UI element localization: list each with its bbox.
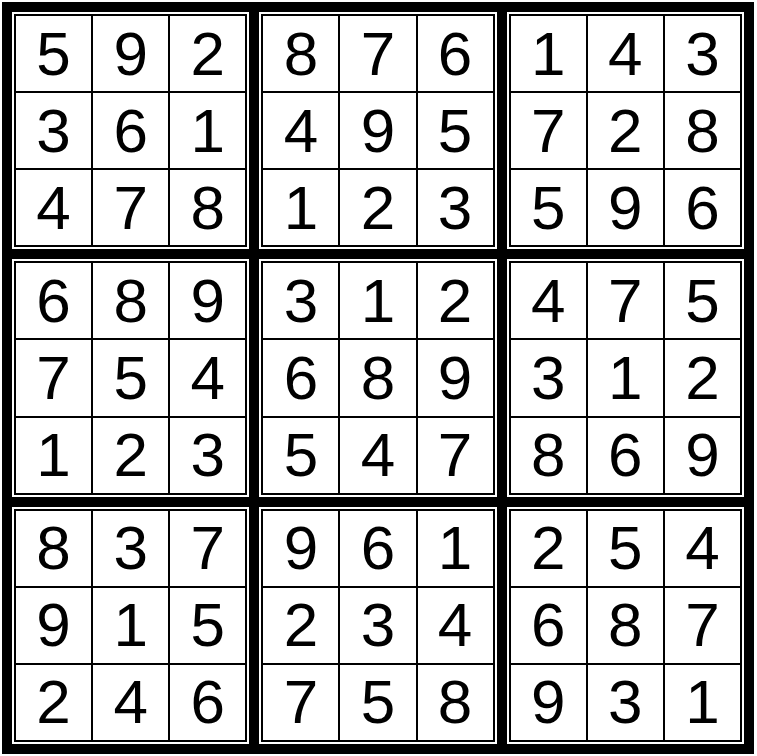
cell-r2c7[interactable]: 7 bbox=[511, 93, 586, 168]
cell-r4c7[interactable]: 4 bbox=[511, 263, 586, 338]
cell-r3c1[interactable]: 4 bbox=[16, 170, 91, 245]
cell-r4c9[interactable]: 5 bbox=[665, 263, 740, 338]
cell-r3c8[interactable]: 9 bbox=[588, 170, 663, 245]
cell-r8c6[interactable]: 4 bbox=[418, 588, 493, 663]
sudoku-box-inner-4: 689754123 bbox=[14, 261, 247, 494]
cell-r5c6[interactable]: 9 bbox=[418, 340, 493, 415]
sudoku-box-9: 254687931 bbox=[507, 507, 744, 744]
cell-r2c5[interactable]: 9 bbox=[340, 93, 415, 168]
cell-r8c7[interactable]: 6 bbox=[511, 588, 586, 663]
cell-r4c6[interactable]: 2 bbox=[418, 263, 493, 338]
cell-r2c1[interactable]: 3 bbox=[16, 93, 91, 168]
cell-r1c5[interactable]: 7 bbox=[340, 16, 415, 91]
cell-r3c2[interactable]: 7 bbox=[93, 170, 168, 245]
cell-r7c2[interactable]: 3 bbox=[93, 511, 168, 586]
cell-r9c3[interactable]: 6 bbox=[170, 665, 245, 740]
sudoku-box-inner-7: 837915246 bbox=[14, 509, 247, 742]
sudoku-box-inner-1: 592361478 bbox=[14, 14, 247, 247]
sudoku-box-4: 689754123 bbox=[12, 259, 249, 496]
cell-r8c3[interactable]: 5 bbox=[170, 588, 245, 663]
cell-r4c4[interactable]: 3 bbox=[263, 263, 338, 338]
cell-r8c5[interactable]: 3 bbox=[340, 588, 415, 663]
cell-r9c4[interactable]: 7 bbox=[263, 665, 338, 740]
cell-r8c4[interactable]: 2 bbox=[263, 588, 338, 663]
cell-r9c6[interactable]: 8 bbox=[418, 665, 493, 740]
cell-r4c1[interactable]: 6 bbox=[16, 263, 91, 338]
cell-r5c2[interactable]: 5 bbox=[93, 340, 168, 415]
cell-r3c9[interactable]: 6 bbox=[665, 170, 740, 245]
cell-r1c1[interactable]: 5 bbox=[16, 16, 91, 91]
cell-r3c5[interactable]: 2 bbox=[340, 170, 415, 245]
cell-r5c5[interactable]: 8 bbox=[340, 340, 415, 415]
cell-r9c8[interactable]: 3 bbox=[588, 665, 663, 740]
cell-r7c7[interactable]: 2 bbox=[511, 511, 586, 586]
sudoku-box-7: 837915246 bbox=[12, 507, 249, 744]
cell-r7c5[interactable]: 6 bbox=[340, 511, 415, 586]
sudoku-box-inner-8: 961234758 bbox=[261, 509, 494, 742]
sudoku-screenshot: 5923614788764951231437285966897541233126… bbox=[0, 0, 757, 756]
cell-r5c3[interactable]: 4 bbox=[170, 340, 245, 415]
cell-r7c1[interactable]: 8 bbox=[16, 511, 91, 586]
cell-r6c1[interactable]: 1 bbox=[16, 418, 91, 493]
cell-r6c4[interactable]: 5 bbox=[263, 418, 338, 493]
cell-r1c6[interactable]: 6 bbox=[418, 16, 493, 91]
cell-r3c6[interactable]: 3 bbox=[418, 170, 493, 245]
cell-r8c8[interactable]: 8 bbox=[588, 588, 663, 663]
sudoku-box-6: 475312869 bbox=[507, 259, 744, 496]
cell-r7c3[interactable]: 7 bbox=[170, 511, 245, 586]
sudoku-box-inner-5: 312689547 bbox=[261, 261, 494, 494]
cell-r3c7[interactable]: 5 bbox=[511, 170, 586, 245]
cell-r2c2[interactable]: 6 bbox=[93, 93, 168, 168]
sudoku-box-inner-3: 143728596 bbox=[509, 14, 742, 247]
cell-r5c4[interactable]: 6 bbox=[263, 340, 338, 415]
sudoku-box-inner-2: 876495123 bbox=[261, 14, 494, 247]
cell-r1c2[interactable]: 9 bbox=[93, 16, 168, 91]
cell-r6c8[interactable]: 6 bbox=[588, 418, 663, 493]
cell-r6c3[interactable]: 3 bbox=[170, 418, 245, 493]
cell-r1c7[interactable]: 1 bbox=[511, 16, 586, 91]
sudoku-box-8: 961234758 bbox=[259, 507, 496, 744]
cell-r5c9[interactable]: 2 bbox=[665, 340, 740, 415]
cell-r2c8[interactable]: 2 bbox=[588, 93, 663, 168]
sudoku-box-inner-6: 475312869 bbox=[509, 261, 742, 494]
cell-r9c7[interactable]: 9 bbox=[511, 665, 586, 740]
cell-r1c4[interactable]: 8 bbox=[263, 16, 338, 91]
sudoku-box-2: 876495123 bbox=[259, 12, 496, 249]
cell-r6c6[interactable]: 7 bbox=[418, 418, 493, 493]
cell-r6c7[interactable]: 8 bbox=[511, 418, 586, 493]
cell-r9c5[interactable]: 5 bbox=[340, 665, 415, 740]
cell-r7c4[interactable]: 9 bbox=[263, 511, 338, 586]
cell-r5c1[interactable]: 7 bbox=[16, 340, 91, 415]
cell-r4c5[interactable]: 1 bbox=[340, 263, 415, 338]
cell-r9c1[interactable]: 2 bbox=[16, 665, 91, 740]
cell-r4c3[interactable]: 9 bbox=[170, 263, 245, 338]
sudoku-board: 5923614788764951231437285966897541233126… bbox=[2, 2, 754, 754]
cell-r9c2[interactable]: 4 bbox=[93, 665, 168, 740]
cell-r1c9[interactable]: 3 bbox=[665, 16, 740, 91]
cell-r8c9[interactable]: 7 bbox=[665, 588, 740, 663]
cell-r3c3[interactable]: 8 bbox=[170, 170, 245, 245]
cell-r1c8[interactable]: 4 bbox=[588, 16, 663, 91]
cell-r9c9[interactable]: 1 bbox=[665, 665, 740, 740]
cell-r5c8[interactable]: 1 bbox=[588, 340, 663, 415]
cell-r4c8[interactable]: 7 bbox=[588, 263, 663, 338]
cell-r4c2[interactable]: 8 bbox=[93, 263, 168, 338]
cell-r2c9[interactable]: 8 bbox=[665, 93, 740, 168]
cell-r7c8[interactable]: 5 bbox=[588, 511, 663, 586]
cell-r1c3[interactable]: 2 bbox=[170, 16, 245, 91]
cell-r2c3[interactable]: 1 bbox=[170, 93, 245, 168]
sudoku-box-1: 592361478 bbox=[12, 12, 249, 249]
cell-r2c6[interactable]: 5 bbox=[418, 93, 493, 168]
cell-r8c1[interactable]: 9 bbox=[16, 588, 91, 663]
cell-r2c4[interactable]: 4 bbox=[263, 93, 338, 168]
cell-r6c9[interactable]: 9 bbox=[665, 418, 740, 493]
cell-r5c7[interactable]: 3 bbox=[511, 340, 586, 415]
sudoku-box-3: 143728596 bbox=[507, 12, 744, 249]
cell-r7c9[interactable]: 4 bbox=[665, 511, 740, 586]
cell-r3c4[interactable]: 1 bbox=[263, 170, 338, 245]
cell-r7c6[interactable]: 1 bbox=[418, 511, 493, 586]
cell-r6c5[interactable]: 4 bbox=[340, 418, 415, 493]
cell-r8c2[interactable]: 1 bbox=[93, 588, 168, 663]
sudoku-box-5: 312689547 bbox=[259, 259, 496, 496]
cell-r6c2[interactable]: 2 bbox=[93, 418, 168, 493]
sudoku-box-inner-9: 254687931 bbox=[509, 509, 742, 742]
